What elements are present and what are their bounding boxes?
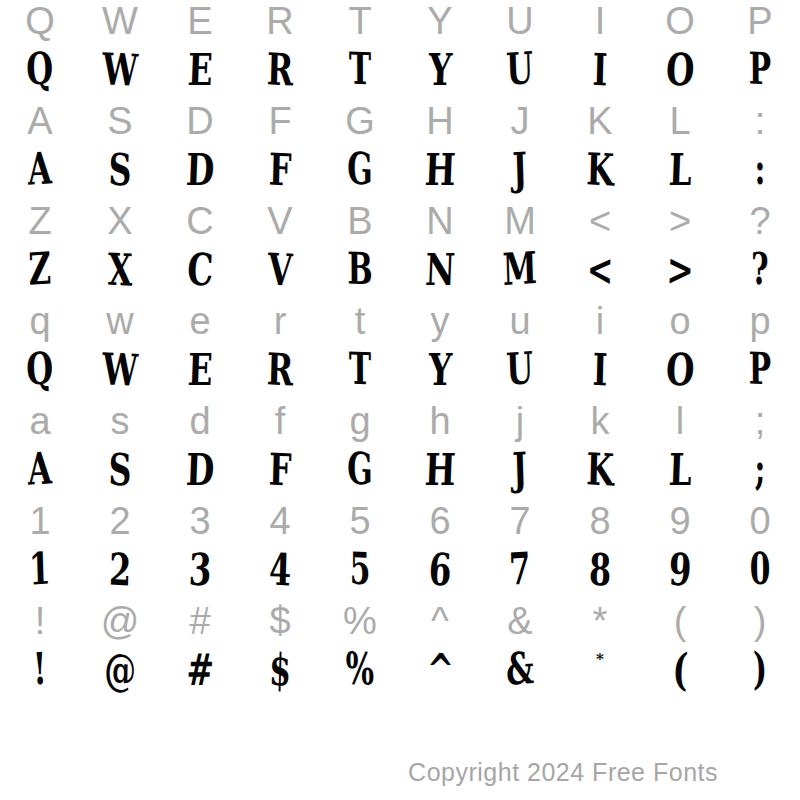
font-specimen-sheet: QWERTYUIOPQWERTYUIOPASDFGHJKL:ASDFGHJKL:…: [0, 0, 800, 800]
reference-glyph-cell: 0: [720, 496, 800, 546]
reference-glyph-cell: 8: [560, 496, 640, 546]
custom-glyph-cell: W: [91, 43, 150, 96]
reference-glyph-cell: s: [80, 396, 160, 446]
reference-glyph-cell: I: [560, 0, 640, 46]
character-row-pair-3: ZXCVBNM<>?ZXCVBNM<>?: [0, 200, 800, 300]
reference-glyph-cell: #: [160, 596, 240, 646]
reference-glyph-cell: a: [0, 396, 80, 446]
reference-glyph-cell: r: [240, 296, 320, 346]
custom-glyph-cell: Y: [410, 44, 471, 94]
custom-glyph-cell: J: [491, 141, 548, 194]
custom-glyph-cell: U: [491, 41, 548, 94]
custom-glyph-cell: F: [251, 443, 310, 496]
character-row-pair-5: asdfghjkl;ASDFGHJKL;: [0, 400, 800, 500]
reference-glyph-cell: L: [640, 96, 720, 146]
custom-glyph-cell: T: [333, 342, 388, 394]
reference-glyph-cell: O: [640, 0, 720, 46]
custom-glyph-cell: P: [733, 342, 788, 394]
reference-glyph-cell: 3: [160, 496, 240, 546]
custom-glyph-cell: S: [91, 143, 150, 196]
copyright-text: Copyright 2024 Free Fonts: [408, 758, 718, 787]
custom-glyph-cell: #: [170, 644, 231, 694]
custom-glyph-cell: O: [650, 344, 711, 394]
reference-glyph-cell: %: [320, 596, 400, 646]
custom-glyph-cell: T: [333, 42, 388, 94]
reference-glyph-cell: 5: [320, 496, 400, 546]
reference-glyph-cell: C: [160, 196, 240, 246]
reference-glyph-cell: ;: [720, 396, 800, 446]
custom-glyph-cell: Q: [11, 341, 68, 394]
reference-glyph-cell: t: [320, 296, 400, 346]
custom-glyph-cell: A: [11, 141, 68, 194]
custom-glyph-cell: 2: [91, 543, 150, 596]
custom-glyph-cell: R: [251, 43, 310, 96]
custom-glyph-cell: 9: [650, 544, 711, 594]
reference-glyph-cell: 7: [480, 496, 560, 546]
custom-glyph-cell: R: [251, 343, 310, 396]
custom-glyph-cell: L: [650, 444, 711, 494]
reference-glyph-cell: P: [720, 0, 800, 46]
custom-glyph-cell: >: [650, 244, 711, 294]
custom-glyph-cell: I: [571, 43, 630, 96]
character-row-pair-1: QWERTYUIOPQWERTYUIOP: [0, 0, 800, 100]
custom-glyph-cell: %: [333, 642, 388, 694]
custom-font-char-row-7: !@#$%^&*(): [0, 650, 800, 700]
reference-glyph-cell: <: [560, 196, 640, 246]
custom-glyph-cell: F: [251, 143, 310, 196]
reference-glyph-cell: 1: [0, 496, 80, 546]
reference-glyph-cell: y: [400, 296, 480, 346]
custom-glyph-cell: E: [170, 344, 231, 394]
custom-glyph-cell: 7: [491, 541, 548, 594]
custom-glyph-cell: J: [491, 441, 548, 494]
custom-glyph-cell: 1: [11, 541, 68, 594]
reference-glyph-cell: 4: [240, 496, 320, 546]
reference-glyph-cell: ^: [400, 596, 480, 646]
custom-glyph-cell: P: [733, 42, 788, 94]
custom-glyph-cell: D: [170, 444, 231, 494]
reference-glyph-cell: o: [640, 296, 720, 346]
custom-glyph-cell: B: [333, 242, 388, 294]
reference-glyph-cell: e: [160, 296, 240, 346]
reference-glyph-cell: N: [400, 196, 480, 246]
reference-glyph-cell: 6: [400, 496, 480, 546]
reference-glyph-cell: S: [80, 96, 160, 146]
custom-glyph-cell: Z: [11, 241, 68, 294]
reference-glyph-cell: ): [720, 596, 800, 646]
reference-glyph-cell: B: [320, 196, 400, 246]
reference-glyph-cell: W: [80, 0, 160, 46]
character-row-pair-6: 12345678901234567890: [0, 500, 800, 600]
reference-glyph-cell: w: [80, 296, 160, 346]
reference-glyph-cell: g: [320, 396, 400, 446]
reference-glyph-cell: F: [240, 96, 320, 146]
custom-glyph-cell: K: [571, 143, 630, 196]
reference-glyph-cell: V: [240, 196, 320, 246]
custom-font-char-row-6: 1234567890: [0, 550, 800, 600]
custom-glyph-cell: Y: [410, 344, 471, 394]
reference-glyph-cell: d: [160, 396, 240, 446]
reference-glyph-cell: u: [480, 296, 560, 346]
character-row-pair-7: !@#$%^&*()!@#$%^&*(): [0, 600, 800, 700]
custom-glyph-cell: ?: [733, 242, 788, 294]
reference-glyph-cell: 2: [80, 496, 160, 546]
reference-glyph-cell: X: [80, 196, 160, 246]
custom-glyph-cell: Q: [11, 41, 68, 94]
reference-glyph-cell: D: [160, 96, 240, 146]
custom-glyph-cell: A: [11, 441, 68, 494]
custom-glyph-cell: I: [571, 343, 630, 396]
custom-glyph-cell: H: [410, 444, 471, 494]
reference-glyph-cell: E: [160, 0, 240, 46]
custom-glyph-cell: L: [650, 144, 711, 194]
custom-glyph-cell: H: [410, 144, 471, 194]
custom-glyph-cell: X: [91, 243, 150, 296]
custom-font-char-row-1: QWERTYUIOP: [0, 50, 800, 100]
reference-glyph-cell: i: [560, 296, 640, 346]
reference-glyph-cell: R: [240, 0, 320, 46]
reference-glyph-cell: A: [0, 96, 80, 146]
custom-glyph-cell: *: [560, 634, 640, 684]
custom-glyph-cell: V: [251, 243, 310, 296]
custom-glyph-cell: C: [170, 244, 231, 294]
custom-glyph-cell: G: [333, 442, 388, 494]
reference-glyph-cell: >: [640, 196, 720, 246]
custom-glyph-cell: $: [251, 643, 310, 696]
custom-font-char-row-4: QWERTYUIOP: [0, 350, 800, 400]
custom-glyph-cell: W: [91, 343, 150, 396]
reference-glyph-cell: K: [560, 96, 640, 146]
custom-font-char-row-5: ASDFGHJKL;: [0, 450, 800, 500]
custom-glyph-cell: N: [410, 244, 471, 294]
custom-glyph-cell: 3: [170, 544, 231, 594]
reference-glyph-cell: M: [480, 196, 560, 246]
custom-glyph-cell: M: [491, 241, 548, 294]
custom-glyph-cell: U: [491, 341, 548, 394]
reference-glyph-cell: Z: [0, 196, 80, 246]
reference-glyph-cell: Y: [400, 0, 480, 46]
custom-font-char-row-2: ASDFGHJKL:: [0, 150, 800, 200]
character-grid: QWERTYUIOPQWERTYUIOPASDFGHJKL:ASDFGHJKL:…: [0, 0, 800, 700]
custom-glyph-cell: <: [571, 243, 630, 296]
reference-glyph-cell: f: [240, 396, 320, 446]
custom-glyph-cell: ): [733, 642, 788, 694]
reference-glyph-cell: ?: [720, 196, 800, 246]
reference-glyph-cell: Q: [0, 0, 80, 46]
reference-glyph-cell: (: [640, 596, 720, 646]
character-row-pair-2: ASDFGHJKL:ASDFGHJKL:: [0, 100, 800, 200]
reference-glyph-cell: $: [240, 596, 320, 646]
custom-glyph-cell: 8: [571, 543, 630, 596]
reference-glyph-cell: @: [80, 596, 160, 646]
custom-glyph-cell: 6: [410, 544, 471, 594]
reference-glyph-cell: :: [720, 96, 800, 146]
reference-glyph-cell: j: [480, 396, 560, 446]
custom-glyph-cell: K: [571, 443, 630, 496]
custom-glyph-cell: ^: [410, 644, 471, 694]
reference-glyph-cell: T: [320, 0, 400, 46]
reference-glyph-cell: J: [480, 96, 560, 146]
custom-glyph-cell: E: [170, 44, 231, 94]
reference-glyph-cell: !: [0, 596, 80, 646]
custom-glyph-cell: :: [733, 142, 788, 194]
reference-glyph-cell: q: [0, 296, 80, 346]
custom-glyph-cell: 0: [733, 542, 788, 594]
custom-font-char-row-3: ZXCVBNM<>?: [0, 250, 800, 300]
reference-glyph-cell: 9: [640, 496, 720, 546]
reference-glyph-cell: &: [480, 596, 560, 646]
reference-glyph-cell: U: [480, 0, 560, 46]
character-row-pair-4: qwertyuiopQWERTYUIOP: [0, 300, 800, 400]
custom-glyph-cell: &: [491, 641, 548, 694]
reference-glyph-cell: p: [720, 296, 800, 346]
custom-glyph-cell: 4: [251, 543, 310, 596]
reference-glyph-cell: h: [400, 396, 480, 446]
custom-glyph-cell: O: [650, 44, 711, 94]
custom-glyph-cell: !: [11, 641, 68, 694]
custom-glyph-cell: G: [333, 142, 388, 194]
reference-glyph-cell: l: [640, 396, 720, 446]
custom-glyph-cell: (: [650, 644, 711, 694]
reference-glyph-cell: G: [320, 96, 400, 146]
custom-glyph-cell: @: [91, 643, 150, 696]
reference-glyph-cell: H: [400, 96, 480, 146]
custom-glyph-cell: S: [91, 443, 150, 496]
custom-glyph-cell: D: [170, 144, 231, 194]
custom-glyph-cell: 5: [333, 542, 388, 594]
reference-glyph-cell: k: [560, 396, 640, 446]
custom-glyph-cell: ;: [733, 442, 788, 494]
